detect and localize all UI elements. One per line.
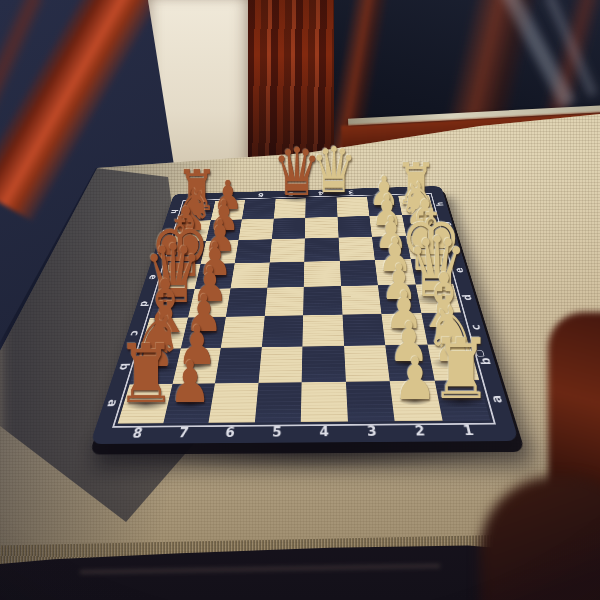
piece-white-pawn-a2[interactable]: ♟: [393, 353, 436, 406]
piece-white-rook-a1[interactable]: ♜: [431, 333, 492, 408]
spare-queen-white[interactable]: ♛: [311, 143, 357, 200]
piece-black-rook-a8[interactable]: ♜: [116, 338, 175, 411]
pieces-layer: ♜♞♝♛♚♝♞♜♟♟♟♟♟♟♟♟♟♟♟♟♟♟♟♟♜♞♝♛♚♝♞♜♛♛: [0, 0, 600, 600]
photo-scene: 8877665544332211hhggffeeddccbbaa ♜♞♝♛♚♝♞…: [0, 0, 600, 600]
